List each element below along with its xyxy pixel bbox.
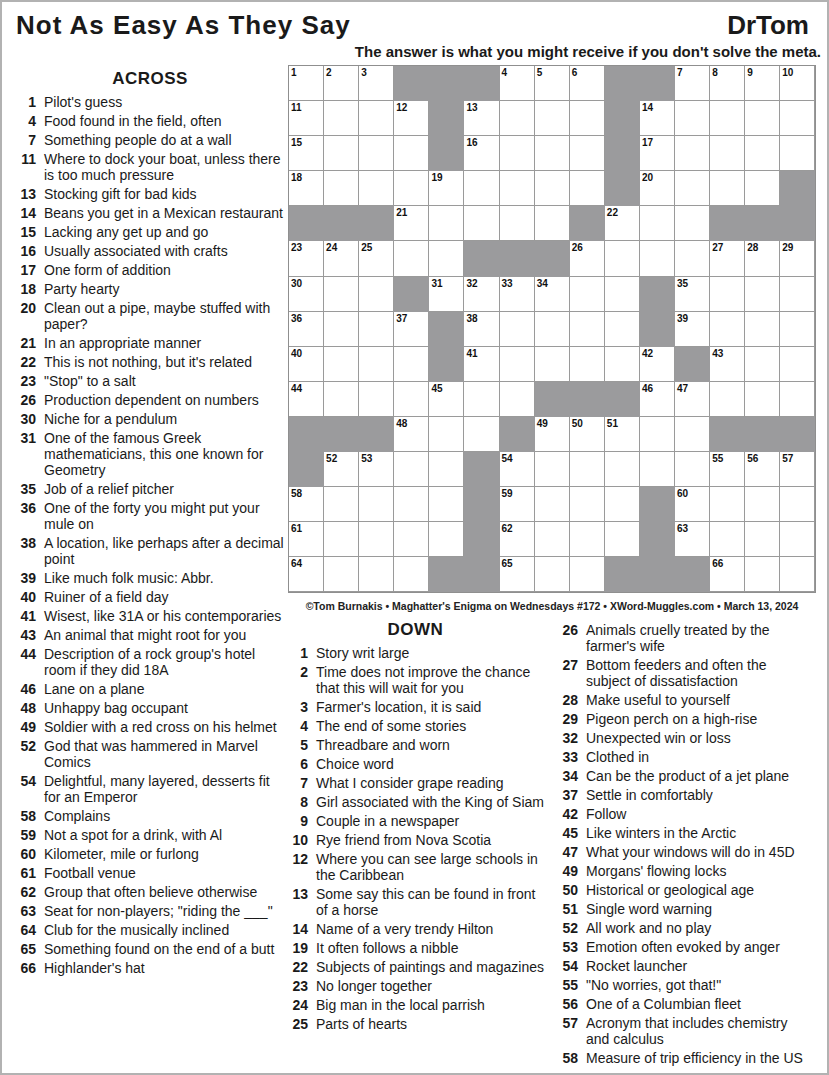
- grid-cell-r14c12[interactable]: 63: [675, 522, 710, 557]
- clue-item-8: 8Girl associated with the King of Siam: [284, 794, 547, 810]
- grid-cell-r2c8[interactable]: [535, 101, 570, 136]
- clue-item-6: 6Choice word: [284, 756, 547, 772]
- grid-cell-r10c12[interactable]: 47: [675, 382, 710, 417]
- clue-number: 17: [12, 262, 36, 278]
- clue-item-3: 3Farmer's location, it is said: [284, 699, 547, 715]
- clue-text: Measure of trip efficiency in the US: [586, 1050, 810, 1066]
- grid-cell-r14c9[interactable]: [570, 522, 605, 557]
- page-title: Not As Easy As They Say: [16, 10, 351, 41]
- grid-cell-r15c4[interactable]: [394, 557, 429, 592]
- clue-item-7: 7Something people do at a wall: [12, 132, 288, 148]
- clue-number: 15: [12, 224, 36, 240]
- cell-number-15: 15: [291, 137, 302, 148]
- clue-number: 11: [12, 151, 36, 183]
- grid-cell-r4c9[interactable]: [570, 171, 605, 206]
- black-cell-r15c12: [675, 557, 710, 592]
- cell-number-36: 36: [291, 313, 302, 324]
- grid-cell-r3c8[interactable]: [535, 136, 570, 171]
- grid-cell-r4c1[interactable]: 18: [289, 171, 324, 206]
- grid-cell-r3c4[interactable]: [394, 136, 429, 171]
- clue-number: 6: [284, 756, 308, 772]
- grid-cell-r8c2[interactable]: [324, 312, 359, 347]
- grid-cell-r11c6[interactable]: [464, 417, 499, 452]
- grid-cell-r1c1[interactable]: 1: [289, 66, 324, 101]
- grid-cell-r9c7[interactable]: [500, 347, 535, 382]
- grid-cell-r2c1[interactable]: 11: [289, 101, 324, 136]
- grid-cell-r7c13[interactable]: [710, 277, 745, 312]
- cell-number-53: 53: [361, 453, 372, 464]
- clue-item-33: 33Clothed in: [554, 749, 811, 765]
- clue-number: 66: [12, 960, 36, 976]
- clue-text: Club for the musically inclined: [44, 922, 286, 938]
- grid-cell-r4c6[interactable]: [464, 171, 499, 206]
- grid-cell-r15c3[interactable]: [359, 557, 394, 592]
- grid-cell-r4c14[interactable]: [745, 171, 780, 206]
- black-cell-r1c4: [394, 66, 429, 101]
- grid-cell-r12c3[interactable]: 53: [359, 452, 394, 487]
- grid-cell-r10c4[interactable]: [394, 382, 429, 417]
- grid-cell-r15c9[interactable]: [570, 557, 605, 592]
- grid-cell-r4c13[interactable]: [710, 171, 745, 206]
- clue-item-44: 44Description of a rock group's hotel ro…: [12, 646, 288, 678]
- grid-cell-r12c9[interactable]: [570, 452, 605, 487]
- clue-number: 34: [554, 768, 578, 784]
- grid-cell-r3c7[interactable]: [500, 136, 535, 171]
- grid-cell-r8c1[interactable]: 36: [289, 312, 324, 347]
- clue-number: 57: [554, 1015, 578, 1047]
- copyright-attribution: ©Tom Burnakis • Maghatter's Enigma on We…: [286, 600, 818, 612]
- grid-cell-r7c1[interactable]: 30: [289, 277, 324, 312]
- clue-number: 1: [284, 645, 308, 661]
- grid-cell-r4c8[interactable]: [535, 171, 570, 206]
- grid-cell-r4c11[interactable]: 20: [640, 171, 675, 206]
- cell-number-57: 57: [782, 453, 793, 464]
- grid-cell-r9c11[interactable]: 42: [640, 347, 675, 382]
- black-cell-r11c7: [500, 417, 535, 452]
- grid-cell-r3c6[interactable]: 16: [464, 136, 499, 171]
- grid-cell-r10c2[interactable]: [324, 382, 359, 417]
- grid-cell-r6c2[interactable]: 24: [324, 241, 359, 276]
- grid-cell-r12c7[interactable]: 54: [500, 452, 535, 487]
- grid-cell-r5c10[interactable]: 22: [605, 206, 640, 241]
- clue-number: 10: [284, 832, 308, 848]
- grid-cell-r12c8[interactable]: [535, 452, 570, 487]
- clue-item-53: 53Emotion often evoked by anger: [554, 939, 811, 955]
- clue-item-25: 25Parts of hearts: [284, 1016, 547, 1032]
- grid-cell-r14c13[interactable]: [710, 522, 745, 557]
- grid-cell-r10c1[interactable]: 44: [289, 382, 324, 417]
- grid-cell-r13c15[interactable]: [780, 487, 815, 522]
- clue-item-39: 39Like much folk music: Abbr.: [12, 570, 288, 586]
- grid-cell-r12c2[interactable]: 52: [324, 452, 359, 487]
- grid-cell-r8c15[interactable]: [780, 312, 815, 347]
- grid-cell-r8c13[interactable]: [710, 312, 745, 347]
- grid-cell-r7c2[interactable]: [324, 277, 359, 312]
- grid-cell-r8c7[interactable]: [500, 312, 535, 347]
- grid-cell-r2c12[interactable]: [675, 101, 710, 136]
- cell-number-6: 6: [572, 67, 578, 78]
- grid-cell-r10c5[interactable]: 45: [429, 382, 464, 417]
- clue-item-27: 27Bottom feeders and often the subject o…: [554, 657, 811, 689]
- clue-number: 26: [554, 622, 578, 654]
- grid-cell-r14c10[interactable]: [605, 522, 640, 557]
- cell-number-49: 49: [537, 418, 548, 429]
- grid-cell-r3c15[interactable]: [780, 136, 815, 171]
- grid-cell-r8c14[interactable]: [745, 312, 780, 347]
- cell-number-45: 45: [431, 383, 442, 394]
- grid-cell-r8c3[interactable]: [359, 312, 394, 347]
- clue-text: Something people do at a wall: [44, 132, 286, 148]
- clue-number: 62: [12, 884, 36, 900]
- grid-cell-r8c9[interactable]: [570, 312, 605, 347]
- clue-item-60: 60Kilometer, mile or furlong: [12, 846, 288, 862]
- grid-cell-r13c8[interactable]: [535, 487, 570, 522]
- grid-cell-r2c4[interactable]: 12: [394, 101, 429, 136]
- grid-cell-r11c11[interactable]: [640, 417, 675, 452]
- grid-cell-r6c14[interactable]: 28: [745, 241, 780, 276]
- grid-cell-r11c9[interactable]: 50: [570, 417, 605, 452]
- grid-cell-r8c6[interactable]: 38: [464, 312, 499, 347]
- grid-cell-r1c14[interactable]: 9: [745, 66, 780, 101]
- grid-cell-r4c4[interactable]: [394, 171, 429, 206]
- clue-text: God that was hammered in Marvel Comics: [44, 738, 286, 770]
- black-cell-r2c10: [605, 101, 640, 136]
- grid-cell-r11c12[interactable]: [675, 417, 710, 452]
- grid-cell-r7c8[interactable]: 34: [535, 277, 570, 312]
- clue-item-31: 31One of the famous Greek mathematicians…: [12, 430, 288, 478]
- grid-cell-r9c4[interactable]: [394, 347, 429, 382]
- cell-number-64: 64: [291, 558, 302, 569]
- grid-cell-r10c15[interactable]: [780, 382, 815, 417]
- grid-cell-r3c13[interactable]: [710, 136, 745, 171]
- grid-cell-r14c8[interactable]: [535, 522, 570, 557]
- clue-text: Parts of hearts: [316, 1016, 546, 1032]
- grid-cell-r13c3[interactable]: [359, 487, 394, 522]
- clue-item-24: 24Big man in the local parrish: [284, 997, 547, 1013]
- grid-cell-r14c5[interactable]: [429, 522, 464, 557]
- black-cell-r8c11: [640, 312, 675, 347]
- grid-cell-r12c14[interactable]: 56: [745, 452, 780, 487]
- grid-cell-r1c8[interactable]: 5: [535, 66, 570, 101]
- grid-cell-r9c3[interactable]: [359, 347, 394, 382]
- grid-cell-r4c2[interactable]: [324, 171, 359, 206]
- grid-cell-r12c15[interactable]: 57: [780, 452, 815, 487]
- grid-cell-r10c14[interactable]: [745, 382, 780, 417]
- clue-text: Subjects of paintings and magazines: [316, 959, 546, 975]
- black-cell-r12c1: [289, 452, 324, 487]
- clue-text: Unexpected win or loss: [586, 730, 810, 746]
- clue-item-21: 21In an appropriate manner: [12, 335, 288, 351]
- clue-item-1: 1Story writ large: [284, 645, 547, 661]
- cell-number-19: 19: [431, 172, 442, 183]
- clue-number: 63: [12, 903, 36, 919]
- grid-cell-r3c1[interactable]: 15: [289, 136, 324, 171]
- cell-number-28: 28: [747, 242, 758, 253]
- grid-cell-r7c5[interactable]: 31: [429, 277, 464, 312]
- grid-cell-r2c13[interactable]: [710, 101, 745, 136]
- clue-item-19: 19It often follows a nibble: [284, 940, 547, 956]
- clue-text: Something found on the end of a butt: [44, 941, 286, 957]
- clue-item-37: 37Settle in comfortably: [554, 787, 811, 803]
- black-cell-r5c14: [745, 206, 780, 241]
- grid-cell-r3c3[interactable]: [359, 136, 394, 171]
- grid-cell-r15c15[interactable]: [780, 557, 815, 592]
- grid-cell-r13c10[interactable]: [605, 487, 640, 522]
- grid-cell-r2c7[interactable]: [500, 101, 535, 136]
- cell-number-59: 59: [502, 488, 513, 499]
- grid-cell-r9c6[interactable]: 41: [464, 347, 499, 382]
- clue-number: 31: [12, 430, 36, 478]
- grid-cell-r6c5[interactable]: [429, 241, 464, 276]
- grid-cell-r5c5[interactable]: [429, 206, 464, 241]
- clue-text: Usually associated with crafts: [44, 243, 286, 259]
- grid-cell-r7c10[interactable]: [605, 277, 640, 312]
- grid-cell-r12c11[interactable]: [640, 452, 675, 487]
- grid-cell-r5c12[interactable]: [675, 206, 710, 241]
- cell-number-1: 1: [291, 67, 297, 78]
- black-cell-r10c9: [570, 382, 605, 417]
- clue-text: In an appropriate manner: [44, 335, 286, 351]
- grid-cell-r3c9[interactable]: [570, 136, 605, 171]
- clue-item-20: 20Clean out a pipe, maybe stuffed with p…: [12, 300, 288, 332]
- grid-cell-r14c14[interactable]: [745, 522, 780, 557]
- grid-cell-r4c12[interactable]: [675, 171, 710, 206]
- clue-number: 4: [284, 718, 308, 734]
- black-cell-r6c6: [464, 241, 499, 276]
- cell-number-48: 48: [396, 418, 407, 429]
- clue-text: Highlander's hat: [44, 960, 286, 976]
- grid-cell-r6c10[interactable]: [605, 241, 640, 276]
- grid-cell-r1c7[interactable]: 4: [500, 66, 535, 101]
- clue-text: Like winters in the Arctic: [586, 825, 810, 841]
- grid-cell-r13c9[interactable]: [570, 487, 605, 522]
- clue-number: 46: [12, 681, 36, 697]
- clue-item-41: 41Wisest, like 31A or his contemporaries: [12, 608, 288, 624]
- grid-cell-r15c14[interactable]: [745, 557, 780, 592]
- grid-cell-r6c13[interactable]: 27: [710, 241, 745, 276]
- grid-cell-r14c1[interactable]: 61: [289, 522, 324, 557]
- clue-number: 54: [12, 773, 36, 805]
- clue-number: 52: [554, 920, 578, 936]
- clue-text: Acronym that includes chemistry and calc…: [586, 1015, 810, 1047]
- grid-cell-r7c15[interactable]: [780, 277, 815, 312]
- grid-cell-r1c2[interactable]: 2: [324, 66, 359, 101]
- grid-cell-r6c11[interactable]: [640, 241, 675, 276]
- grid-cell-r5c6[interactable]: [464, 206, 499, 241]
- grid-cell-r6c15[interactable]: 29: [780, 241, 815, 276]
- grid-cell-r10c6[interactable]: [464, 382, 499, 417]
- clue-number: 33: [554, 749, 578, 765]
- black-cell-r6c8: [535, 241, 570, 276]
- cell-number-9: 9: [747, 67, 753, 78]
- grid-cell-r9c15[interactable]: [780, 347, 815, 382]
- grid-cell-r13c2[interactable]: [324, 487, 359, 522]
- black-cell-r5c15: [780, 206, 815, 241]
- grid-cell-r1c13[interactable]: 8: [710, 66, 745, 101]
- cell-number-62: 62: [502, 523, 513, 534]
- grid-cell-r3c2[interactable]: [324, 136, 359, 171]
- grid-cell-r13c12[interactable]: 60: [675, 487, 710, 522]
- grid-cell-r13c14[interactable]: [745, 487, 780, 522]
- cell-number-51: 51: [607, 418, 618, 429]
- clue-item-30: 30Niche for a pendulum: [12, 411, 288, 427]
- grid-cell-r14c2[interactable]: [324, 522, 359, 557]
- clue-text: Lane on a plane: [44, 681, 286, 697]
- grid-cell-r2c6[interactable]: 13: [464, 101, 499, 136]
- grid-cell-r9c2[interactable]: [324, 347, 359, 382]
- grid-cell-r5c7[interactable]: [500, 206, 535, 241]
- clue-text: Unhappy bag occupant: [44, 700, 286, 716]
- grid-cell-r12c13[interactable]: 55: [710, 452, 745, 487]
- clue-number: 22: [284, 959, 308, 975]
- grid-cell-r4c3[interactable]: [359, 171, 394, 206]
- clue-number: 12: [284, 851, 308, 883]
- clue-text: Can be the product of a jet plane: [586, 768, 810, 784]
- grid-cell-r8c12[interactable]: 39: [675, 312, 710, 347]
- grid-cell-r2c9[interactable]: [570, 101, 605, 136]
- black-cell-r3c5: [429, 136, 464, 171]
- grid-cell-r4c7[interactable]: [500, 171, 535, 206]
- grid-cell-r14c7[interactable]: 62: [500, 522, 535, 557]
- grid-cell-r6c4[interactable]: [394, 241, 429, 276]
- grid-cell-r12c10[interactable]: [605, 452, 640, 487]
- clue-number: 23: [284, 978, 308, 994]
- clue-item-48: 48Unhappy bag occupant: [12, 700, 288, 716]
- clue-item-38: 38A location, like perhaps after a decim…: [12, 535, 288, 567]
- grid-cell-r7c6[interactable]: 32: [464, 277, 499, 312]
- grid-cell-r7c14[interactable]: [745, 277, 780, 312]
- clue-text: Choice word: [316, 756, 546, 772]
- grid-cell-r10c11[interactable]: 46: [640, 382, 675, 417]
- grid-cell-r12c5[interactable]: [429, 452, 464, 487]
- grid-cell-r15c8[interactable]: [535, 557, 570, 592]
- cell-number-40: 40: [291, 348, 302, 359]
- grid-cell-r13c13[interactable]: [710, 487, 745, 522]
- grid-cell-r13c7[interactable]: 59: [500, 487, 535, 522]
- clue-number: 13: [284, 886, 308, 918]
- grid-cell-r9c10[interactable]: [605, 347, 640, 382]
- grid-cell-r8c4[interactable]: 37: [394, 312, 429, 347]
- clue-item-15: 15Lacking any get up and go: [12, 224, 288, 240]
- grid-cell-r8c8[interactable]: [535, 312, 570, 347]
- grid-cell-r6c9[interactable]: 26: [570, 241, 605, 276]
- grid-cell-r13c4[interactable]: [394, 487, 429, 522]
- grid-cell-r12c12[interactable]: [675, 452, 710, 487]
- grid-cell-r11c4[interactable]: 48: [394, 417, 429, 452]
- grid-cell-r7c3[interactable]: [359, 277, 394, 312]
- grid-cell-r4c5[interactable]: 19: [429, 171, 464, 206]
- grid-cell-r2c2[interactable]: [324, 101, 359, 136]
- grid-cell-r7c12[interactable]: 35: [675, 277, 710, 312]
- clue-number: 37: [554, 787, 578, 803]
- clue-text: Like much folk music: Abbr.: [44, 570, 286, 586]
- grid-cell-r14c15[interactable]: [780, 522, 815, 557]
- clue-number: 38: [12, 535, 36, 567]
- grid-cell-r15c2[interactable]: [324, 557, 359, 592]
- clue-item-42: 42Follow: [554, 806, 811, 822]
- black-cell-r13c6: [464, 487, 499, 522]
- grid-cell-r8c10[interactable]: [605, 312, 640, 347]
- grid-cell-r15c13[interactable]: 66: [710, 557, 745, 592]
- black-cell-r5c13: [710, 206, 745, 241]
- black-cell-r1c6: [464, 66, 499, 101]
- grid-cell-r3c14[interactable]: [745, 136, 780, 171]
- clue-text: Not a spot for a drink, with Al: [44, 827, 286, 843]
- grid-cell-r9c9[interactable]: [570, 347, 605, 382]
- grid-cell-r14c4[interactable]: [394, 522, 429, 557]
- clue-item-4: 4Food found in the field, often: [12, 113, 288, 129]
- grid-cell-r10c13[interactable]: [710, 382, 745, 417]
- grid-cell-r5c8[interactable]: [535, 206, 570, 241]
- grid-cell-r6c12[interactable]: [675, 241, 710, 276]
- grid-cell-r3c12[interactable]: [675, 136, 710, 171]
- cell-number-7: 7: [677, 67, 683, 78]
- grid-cell-r12c4[interactable]: [394, 452, 429, 487]
- grid-cell-r11c10[interactable]: 51: [605, 417, 640, 452]
- clue-text: Job of a relief pitcher: [44, 481, 286, 497]
- cell-number-23: 23: [291, 242, 302, 253]
- clue-item-23: 23"Stop" to a salt: [12, 373, 288, 389]
- grid-cell-r1c3[interactable]: 3: [359, 66, 394, 101]
- cell-number-50: 50: [572, 418, 583, 429]
- clue-item-10: 10Rye friend from Nova Scotia: [284, 832, 547, 848]
- clue-text: This is not nothing, but it's related: [44, 354, 286, 370]
- clue-item-50: 50Historical or geological age: [554, 882, 811, 898]
- grid-cell-r15c1[interactable]: 64: [289, 557, 324, 592]
- cell-number-47: 47: [677, 383, 688, 394]
- grid-cell-r13c1[interactable]: 58: [289, 487, 324, 522]
- grid-cell-r9c14[interactable]: [745, 347, 780, 382]
- cell-number-8: 8: [712, 67, 718, 78]
- grid-cell-r10c3[interactable]: [359, 382, 394, 417]
- grid-cell-r15c7[interactable]: 65: [500, 557, 535, 592]
- grid-cell-r14c3[interactable]: [359, 522, 394, 557]
- grid-cell-r7c7[interactable]: 33: [500, 277, 535, 312]
- grid-cell-r2c11[interactable]: 14: [640, 101, 675, 136]
- grid-cell-r2c3[interactable]: [359, 101, 394, 136]
- clue-item-59: 59Not a spot for a drink, with Al: [12, 827, 288, 843]
- clue-item-12: 12Where you can see large schools in the…: [284, 851, 547, 883]
- grid-cell-r11c5[interactable]: [429, 417, 464, 452]
- cell-number-4: 4: [502, 67, 508, 78]
- grid-cell-r7c9[interactable]: [570, 277, 605, 312]
- clue-item-46: 46Lane on a plane: [12, 681, 288, 697]
- grid-cell-r11c8[interactable]: 49: [535, 417, 570, 452]
- grid-cell-r1c12[interactable]: 7: [675, 66, 710, 101]
- clue-item-64: 64Club for the musically inclined: [12, 922, 288, 938]
- grid-cell-r2c15[interactable]: [780, 101, 815, 136]
- grid-cell-r6c1[interactable]: 23: [289, 241, 324, 276]
- grid-cell-r10c7[interactable]: [500, 382, 535, 417]
- grid-cell-r9c13[interactable]: 43: [710, 347, 745, 382]
- grid-cell-r9c1[interactable]: 40: [289, 347, 324, 382]
- black-cell-r1c10: [605, 66, 640, 101]
- grid-cell-r6c3[interactable]: 25: [359, 241, 394, 276]
- grid-cell-r1c9[interactable]: 6: [570, 66, 605, 101]
- grid-cell-r9c8[interactable]: [535, 347, 570, 382]
- clue-number: 51: [554, 901, 578, 917]
- clue-text: Complains: [44, 808, 286, 824]
- down-clue-list-col2: 26Animals cruelly treated by the farmer'…: [554, 622, 811, 1066]
- clue-number: 54: [554, 958, 578, 974]
- down-heading: DOWN: [284, 620, 547, 640]
- grid-cell-r3c11[interactable]: 17: [640, 136, 675, 171]
- grid-cell-r5c11[interactable]: [640, 206, 675, 241]
- grid-cell-r1c15[interactable]: 10: [780, 66, 815, 101]
- grid-cell-r5c4[interactable]: 21: [394, 206, 429, 241]
- grid-cell-r2c14[interactable]: [745, 101, 780, 136]
- grid-cell-r13c5[interactable]: [429, 487, 464, 522]
